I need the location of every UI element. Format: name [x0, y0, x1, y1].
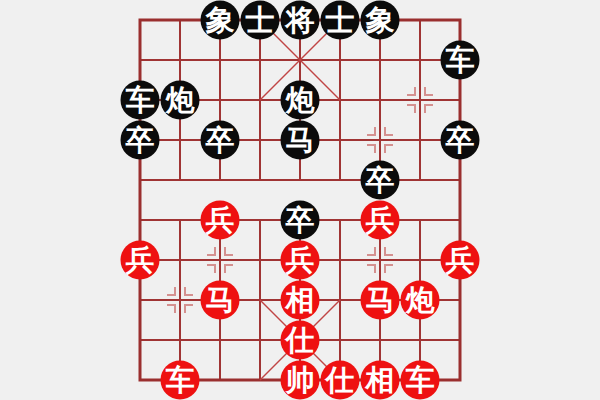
piece-red-horse[interactable]: 马: [361, 281, 400, 320]
piece-black-cannon[interactable]: 炮: [161, 81, 200, 120]
piece-red-advisor[interactable]: 仕: [281, 321, 320, 360]
piece-red-horse[interactable]: 马: [201, 281, 240, 320]
pieces-layer: 象士将士象车车炮炮卒卒马卒卒兵卒兵兵兵兵马相马炮仕车帅仕相车: [140, 20, 460, 380]
piece-red-cannon[interactable]: 炮: [401, 281, 440, 320]
piece-black-soldier[interactable]: 卒: [121, 121, 160, 160]
piece-red-elephant[interactable]: 相: [361, 361, 400, 400]
piece-black-general[interactable]: 将: [281, 1, 320, 40]
xiangqi-board[interactable]: 象士将士象车车炮炮卒卒马卒卒兵卒兵兵兵兵马相马炮仕车帅仕相车: [140, 20, 460, 380]
piece-red-chariot[interactable]: 车: [161, 361, 200, 400]
piece-black-soldier[interactable]: 卒: [441, 121, 480, 160]
piece-black-soldier[interactable]: 卒: [201, 121, 240, 160]
piece-black-chariot[interactable]: 车: [441, 41, 480, 80]
piece-black-cannon[interactable]: 炮: [281, 81, 320, 120]
piece-red-soldier[interactable]: 兵: [281, 241, 320, 280]
piece-black-advisor[interactable]: 士: [241, 1, 280, 40]
piece-black-soldier[interactable]: 卒: [281, 201, 320, 240]
piece-black-advisor[interactable]: 士: [321, 1, 360, 40]
piece-black-chariot[interactable]: 车: [121, 81, 160, 120]
piece-red-chariot[interactable]: 车: [401, 361, 440, 400]
piece-red-soldier[interactable]: 兵: [201, 201, 240, 240]
piece-black-soldier[interactable]: 卒: [361, 161, 400, 200]
piece-red-soldier[interactable]: 兵: [121, 241, 160, 280]
piece-black-horse[interactable]: 马: [281, 121, 320, 160]
piece-black-elephant[interactable]: 象: [361, 1, 400, 40]
piece-red-soldier[interactable]: 兵: [441, 241, 480, 280]
piece-red-advisor[interactable]: 仕: [321, 361, 360, 400]
piece-red-general[interactable]: 帅: [281, 361, 320, 400]
xiangqi-screen: 象士将士象车车炮炮卒卒马卒卒兵卒兵兵兵兵马相马炮仕车帅仕相车: [0, 0, 600, 400]
piece-red-elephant[interactable]: 相: [281, 281, 320, 320]
piece-black-elephant[interactable]: 象: [201, 1, 240, 40]
piece-red-soldier[interactable]: 兵: [361, 201, 400, 240]
